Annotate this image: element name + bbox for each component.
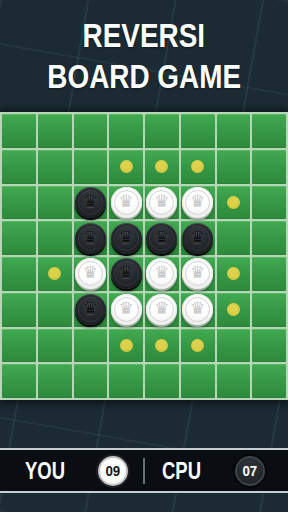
app-screen: REVERSI BOARD GAME ♛♛♛♛♛♛♛♛♛♛♛♛♛♛♛♛ YOU … xyxy=(0,0,288,512)
cell-f5[interactable]: ♛ xyxy=(181,257,215,291)
cpu-score-group: CPU 07 xyxy=(145,450,288,491)
legal-move-dot xyxy=(191,339,204,352)
cell-d6[interactable]: ♛ xyxy=(109,293,143,327)
legal-move-dot xyxy=(227,267,240,280)
cell-e2[interactable] xyxy=(145,150,179,184)
cell-a8[interactable] xyxy=(2,364,36,398)
white-piece: ♛ xyxy=(182,294,213,325)
crown-icon: ♛ xyxy=(154,229,169,246)
cell-c8[interactable] xyxy=(74,364,108,398)
legal-move-dot xyxy=(120,160,133,173)
white-piece: ♛ xyxy=(146,187,177,218)
cell-f8[interactable] xyxy=(181,364,215,398)
white-piece: ♛ xyxy=(146,294,177,325)
cell-h6[interactable] xyxy=(252,293,286,327)
cell-d3[interactable]: ♛ xyxy=(109,186,143,220)
cell-f6[interactable]: ♛ xyxy=(181,293,215,327)
cell-d7[interactable] xyxy=(109,329,143,363)
crown-icon: ♛ xyxy=(154,300,169,317)
cell-h8[interactable] xyxy=(252,364,286,398)
cell-g2[interactable] xyxy=(217,150,251,184)
cell-f4[interactable]: ♛ xyxy=(181,221,215,255)
black-piece: ♛ xyxy=(146,223,177,254)
white-piece: ♛ xyxy=(111,294,142,325)
crown-icon: ♛ xyxy=(154,193,169,210)
reversi-board: ♛♛♛♛♛♛♛♛♛♛♛♛♛♛♛♛ xyxy=(0,112,288,400)
cell-g5[interactable] xyxy=(217,257,251,291)
white-piece: ♛ xyxy=(146,258,177,289)
cell-c3[interactable]: ♛ xyxy=(74,186,108,220)
cell-e4[interactable]: ♛ xyxy=(145,221,179,255)
cell-f7[interactable] xyxy=(181,329,215,363)
white-piece: ♛ xyxy=(75,258,106,289)
cell-d8[interactable] xyxy=(109,364,143,398)
cell-a4[interactable] xyxy=(2,221,36,255)
cell-h2[interactable] xyxy=(252,150,286,184)
black-piece: ♛ xyxy=(182,223,213,254)
you-label: YOU xyxy=(25,457,65,483)
cell-h7[interactable] xyxy=(252,329,286,363)
crown-icon: ♛ xyxy=(119,264,134,281)
cell-e5[interactable]: ♛ xyxy=(145,257,179,291)
cell-h4[interactable] xyxy=(252,221,286,255)
crown-icon: ♛ xyxy=(83,193,98,210)
cell-a3[interactable] xyxy=(2,186,36,220)
legal-move-dot xyxy=(191,160,204,173)
cell-g4[interactable] xyxy=(217,221,251,255)
cell-d5[interactable]: ♛ xyxy=(109,257,143,291)
crown-icon: ♛ xyxy=(190,193,205,210)
crown-icon: ♛ xyxy=(119,229,134,246)
cell-g6[interactable] xyxy=(217,293,251,327)
cell-c2[interactable] xyxy=(74,150,108,184)
cell-a2[interactable] xyxy=(2,150,36,184)
cell-a1[interactable] xyxy=(2,114,36,148)
cell-c5[interactable]: ♛ xyxy=(74,257,108,291)
black-piece: ♛ xyxy=(75,294,106,325)
cell-e8[interactable] xyxy=(145,364,179,398)
legal-move-dot xyxy=(155,160,168,173)
crown-icon: ♛ xyxy=(190,264,205,281)
white-piece: ♛ xyxy=(182,258,213,289)
cell-b2[interactable] xyxy=(38,150,72,184)
black-piece: ♛ xyxy=(75,223,106,254)
legal-move-dot xyxy=(120,339,133,352)
cell-d2[interactable] xyxy=(109,150,143,184)
cell-e3[interactable]: ♛ xyxy=(145,186,179,220)
cell-d4[interactable]: ♛ xyxy=(109,221,143,255)
cell-f1[interactable] xyxy=(181,114,215,148)
crown-icon: ♛ xyxy=(119,193,134,210)
white-piece: ♛ xyxy=(182,187,213,218)
white-piece: ♛ xyxy=(111,187,142,218)
cell-b5[interactable] xyxy=(38,257,72,291)
cell-g3[interactable] xyxy=(217,186,251,220)
score-bar: YOU 09 CPU 07 xyxy=(0,448,288,493)
cell-c6[interactable]: ♛ xyxy=(74,293,108,327)
cell-b3[interactable] xyxy=(38,186,72,220)
cell-a5[interactable] xyxy=(2,257,36,291)
cell-a6[interactable] xyxy=(2,293,36,327)
cell-a7[interactable] xyxy=(2,329,36,363)
crown-icon: ♛ xyxy=(83,300,98,317)
crown-icon: ♛ xyxy=(83,229,98,246)
black-piece: ♛ xyxy=(111,258,142,289)
crown-icon: ♛ xyxy=(119,300,134,317)
title-banner: REVERSI BOARD GAME xyxy=(0,0,288,112)
crown-icon: ♛ xyxy=(190,300,205,317)
cell-f2[interactable] xyxy=(181,150,215,184)
cpu-score-value: 07 xyxy=(243,462,258,479)
cell-c1[interactable] xyxy=(74,114,108,148)
title-line-1: REVERSI xyxy=(83,13,205,59)
cell-b7[interactable] xyxy=(38,329,72,363)
cell-e6[interactable]: ♛ xyxy=(145,293,179,327)
cell-h3[interactable] xyxy=(252,186,286,220)
cell-c4[interactable]: ♛ xyxy=(74,221,108,255)
cell-g8[interactable] xyxy=(217,364,251,398)
cell-e7[interactable] xyxy=(145,329,179,363)
cpu-label: CPU xyxy=(162,457,201,483)
cell-h1[interactable] xyxy=(252,114,286,148)
cell-f3[interactable]: ♛ xyxy=(181,186,215,220)
legal-move-dot xyxy=(227,303,240,316)
legal-move-dot xyxy=(227,196,240,209)
cell-b8[interactable] xyxy=(38,364,72,398)
you-score-value: 09 xyxy=(106,462,121,479)
you-score-group: YOU 09 xyxy=(0,450,143,491)
cell-c7[interactable] xyxy=(74,329,108,363)
title-line-2: BOARD GAME xyxy=(47,54,241,100)
crown-icon: ♛ xyxy=(83,264,98,281)
black-piece: ♛ xyxy=(75,187,106,218)
cell-d1[interactable] xyxy=(109,114,143,148)
cell-g7[interactable] xyxy=(217,329,251,363)
legal-move-dot xyxy=(155,339,168,352)
cell-g1[interactable] xyxy=(217,114,251,148)
cell-b6[interactable] xyxy=(38,293,72,327)
cell-b1[interactable] xyxy=(38,114,72,148)
cell-h5[interactable] xyxy=(252,257,286,291)
you-score-badge: 09 xyxy=(98,456,128,486)
crown-icon: ♛ xyxy=(190,229,205,246)
cell-e1[interactable] xyxy=(145,114,179,148)
black-piece: ♛ xyxy=(111,223,142,254)
crown-icon: ♛ xyxy=(154,264,169,281)
legal-move-dot xyxy=(48,267,61,280)
cpu-score-badge: 07 xyxy=(235,456,265,486)
cell-b4[interactable] xyxy=(38,221,72,255)
